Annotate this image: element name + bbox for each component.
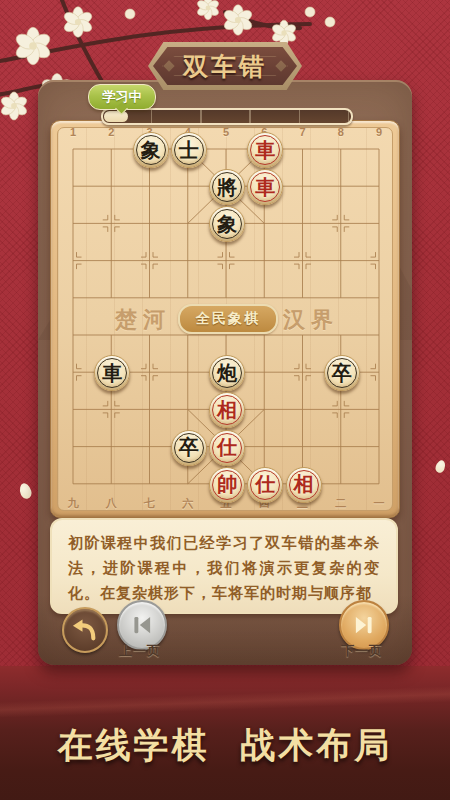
piece-glyph: 炮	[212, 358, 242, 388]
piece-red[interactable]: 相	[286, 467, 322, 503]
skip-previous-icon	[129, 612, 155, 638]
lesson-title: 双车错	[183, 50, 267, 83]
piece-glyph: 將	[212, 172, 242, 202]
file-label: 5	[216, 126, 236, 138]
file-label: 1	[63, 126, 83, 138]
file-label: 九	[63, 496, 83, 511]
piece-glyph: 相	[289, 470, 319, 500]
piece-glyph: 象	[212, 209, 242, 239]
piece-black[interactable]: 卒	[171, 430, 207, 466]
file-label: 六	[178, 496, 198, 511]
piece-glyph: 相	[212, 395, 242, 425]
bottom-headline: 在线学棋 战术布局	[0, 722, 450, 769]
piece-glyph: 卒	[174, 433, 204, 463]
piece-black[interactable]: 將	[209, 169, 245, 205]
back-button[interactable]	[62, 607, 108, 653]
falling-petal	[18, 482, 33, 501]
piece-red[interactable]: 仕	[209, 430, 245, 466]
piece-glyph: 仕	[250, 470, 280, 500]
piece-glyph: 帥	[212, 470, 242, 500]
next-page-label: 下一页	[332, 642, 392, 660]
piece-glyph: 象	[136, 135, 166, 165]
lesson-description-text: 初阶课程中我们已经学习了双车错的基本杀法，进阶课程中，我们将演示更复杂的变化。在…	[68, 530, 380, 605]
lesson-progress-bar	[101, 108, 353, 125]
river-text-left: 楚河	[115, 305, 171, 335]
file-label: 7	[293, 126, 313, 138]
file-label: 一	[369, 496, 389, 511]
piece-black[interactable]: 象	[133, 132, 169, 168]
piece-black[interactable]: 炮	[209, 355, 245, 391]
piece-black[interactable]: 士	[171, 132, 207, 168]
file-label: 二	[331, 496, 351, 511]
skip-next-icon	[351, 612, 377, 638]
prev-page-label: 上一页	[110, 642, 170, 660]
progress-fill	[104, 111, 128, 122]
piece-glyph: 卒	[327, 358, 357, 388]
piece-glyph: 仕	[212, 433, 242, 463]
file-label: 9	[369, 126, 389, 138]
status-badge-label: 学习中	[103, 88, 142, 106]
file-label: 8	[331, 126, 351, 138]
piece-red[interactable]: 仕	[247, 467, 283, 503]
file-label: 七	[140, 496, 160, 511]
file-label: 2	[101, 126, 121, 138]
file-label: 八	[101, 496, 121, 511]
xiangqi-board[interactable]: 123456789 九八七六五四三二一 楚河 汉界 全民象棋 象士車將車象車炮卒…	[50, 120, 400, 518]
lesson-description-box: 初阶课程中我们已经学习了双车错的基本杀法，进阶课程中，我们将演示更复杂的变化。在…	[50, 518, 398, 614]
brand-pill: 全民象棋	[178, 304, 278, 334]
piece-red[interactable]: 帥	[209, 467, 245, 503]
piece-glyph: 車	[250, 135, 280, 165]
piece-black[interactable]: 卒	[324, 355, 360, 391]
piece-glyph: 士	[174, 135, 204, 165]
falling-petal	[434, 459, 447, 474]
river-text-right: 汉界	[283, 305, 339, 335]
title-plaque: 双车错	[148, 42, 302, 90]
status-badge: 学习中	[88, 84, 156, 110]
brand-pill-label: 全民象棋	[196, 310, 260, 328]
piece-glyph: 車	[250, 172, 280, 202]
piece-glyph: 車	[97, 358, 127, 388]
undo-arrow-icon	[70, 615, 100, 645]
piece-red[interactable]: 車	[247, 132, 283, 168]
